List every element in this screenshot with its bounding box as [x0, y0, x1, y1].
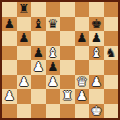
black-queen-icon: ♛: [47, 17, 58, 32]
square-e3[interactable]: [60, 75, 75, 90]
square-c2[interactable]: [31, 89, 46, 104]
white-bishop-icon: ♝: [47, 46, 58, 61]
black-pawn-icon: ♟: [47, 60, 58, 75]
square-e2[interactable]: ♜: [60, 89, 75, 104]
square-h7[interactable]: [104, 17, 119, 32]
square-d3[interactable]: ♟: [46, 75, 61, 90]
white-pawn-icon: ♟: [76, 89, 87, 104]
square-a1[interactable]: [2, 104, 17, 119]
square-a7[interactable]: ♟: [2, 17, 17, 32]
square-b3[interactable]: ♟: [17, 75, 32, 90]
square-c3[interactable]: [31, 75, 46, 90]
square-a4[interactable]: [2, 60, 17, 75]
square-c4[interactable]: ♟: [31, 60, 46, 75]
square-f6[interactable]: ♟: [75, 31, 90, 46]
square-h2[interactable]: [104, 89, 119, 104]
white-pawn-icon: ♟: [4, 89, 15, 104]
black-king-icon: ♚: [91, 17, 102, 32]
black-pawn-icon: ♟: [18, 31, 29, 46]
square-f8[interactable]: [75, 2, 90, 17]
square-a6[interactable]: [2, 31, 17, 46]
white-pawn-icon: ♟: [91, 75, 102, 90]
square-b1[interactable]: [17, 104, 32, 119]
square-d4[interactable]: ♟: [46, 60, 61, 75]
square-b7[interactable]: [17, 17, 32, 32]
square-a3[interactable]: [2, 75, 17, 90]
square-h4[interactable]: [104, 60, 119, 75]
square-d6[interactable]: [46, 31, 61, 46]
black-pawn-icon: ♟: [33, 46, 44, 61]
square-b2[interactable]: [17, 89, 32, 104]
square-g7[interactable]: ♚: [89, 17, 104, 32]
square-e1[interactable]: [60, 104, 75, 119]
square-h3[interactable]: [104, 75, 119, 90]
square-e6[interactable]: [60, 31, 75, 46]
white-pawn-icon: ♟: [33, 60, 44, 75]
square-h5[interactable]: ♞: [104, 46, 119, 61]
white-pawn-icon: ♟: [18, 75, 29, 90]
square-h8[interactable]: [104, 2, 119, 17]
square-b5[interactable]: [17, 46, 32, 61]
square-b6[interactable]: ♟: [17, 31, 32, 46]
square-b8[interactable]: ♜: [17, 2, 32, 17]
black-pawn-icon: ♟: [76, 31, 87, 46]
square-d2[interactable]: [46, 89, 61, 104]
square-e5[interactable]: [60, 46, 75, 61]
square-c6[interactable]: [31, 31, 46, 46]
square-g6[interactable]: ♟: [89, 31, 104, 46]
square-g3[interactable]: ♟: [89, 75, 104, 90]
square-a8[interactable]: [2, 2, 17, 17]
chess-board: ♜♟♝♛♚♟♟♟♟♝♝♞♟♟♟♟♛♟♟♜♟♚: [0, 0, 120, 120]
square-d5[interactable]: ♝: [46, 46, 61, 61]
square-g4[interactable]: [89, 60, 104, 75]
square-f1[interactable]: [75, 104, 90, 119]
square-c5[interactable]: ♟: [31, 46, 46, 61]
square-d7[interactable]: ♛: [46, 17, 61, 32]
square-e8[interactable]: [60, 2, 75, 17]
black-bishop-icon: ♝: [33, 17, 44, 32]
square-f4[interactable]: [75, 60, 90, 75]
square-g8[interactable]: [89, 2, 104, 17]
square-f2[interactable]: ♟: [75, 89, 90, 104]
square-h1[interactable]: [104, 104, 119, 119]
square-a5[interactable]: [2, 46, 17, 61]
square-e7[interactable]: [60, 17, 75, 32]
square-f5[interactable]: [75, 46, 90, 61]
square-c8[interactable]: [31, 2, 46, 17]
square-c1[interactable]: [31, 104, 46, 119]
square-f7[interactable]: [75, 17, 90, 32]
black-pawn-icon: ♟: [4, 17, 15, 32]
black-pawn-icon: ♟: [91, 31, 102, 46]
white-king-icon: ♚: [91, 104, 102, 119]
square-f3[interactable]: ♛: [75, 75, 90, 90]
square-g5[interactable]: ♝: [89, 46, 104, 61]
square-e4[interactable]: [60, 60, 75, 75]
square-a2[interactable]: ♟: [2, 89, 17, 104]
square-g1[interactable]: ♚: [89, 104, 104, 119]
square-c7[interactable]: ♝: [31, 17, 46, 32]
black-knight-icon: ♞: [105, 46, 116, 61]
white-pawn-icon: ♟: [47, 75, 58, 90]
square-d1[interactable]: [46, 104, 61, 119]
square-h6[interactable]: [104, 31, 119, 46]
white-queen-icon: ♛: [76, 75, 87, 90]
white-bishop-icon: ♝: [91, 46, 102, 61]
square-d8[interactable]: [46, 2, 61, 17]
square-g2[interactable]: [89, 89, 104, 104]
white-rook-icon: ♜: [62, 89, 73, 104]
black-rook-icon: ♜: [18, 2, 29, 17]
square-b4[interactable]: [17, 60, 32, 75]
